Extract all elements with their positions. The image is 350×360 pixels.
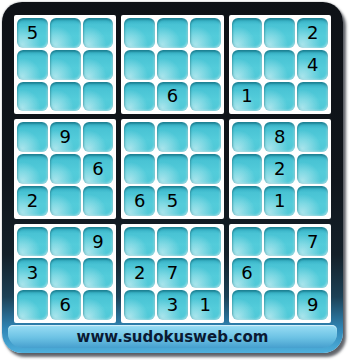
- cell-r5c8[interactable]: 2: [264, 154, 295, 184]
- cell-r2c6[interactable]: [190, 50, 221, 80]
- cell-r6c6[interactable]: [190, 186, 221, 216]
- box-3-1: 936: [14, 224, 116, 323]
- cell-r7c6[interactable]: [190, 227, 221, 257]
- cell-r9c2[interactable]: 6: [50, 290, 81, 320]
- cell-r6c7[interactable]: [232, 186, 263, 216]
- cell-r9c7[interactable]: [232, 290, 263, 320]
- cell-r1c7[interactable]: [232, 18, 263, 48]
- cell-r1c4[interactable]: [124, 18, 155, 48]
- cell-r1c9[interactable]: 2: [297, 18, 328, 48]
- cell-r9c9[interactable]: 9: [297, 290, 328, 320]
- cell-r6c8[interactable]: 1: [264, 186, 295, 216]
- cell-r7c7[interactable]: [232, 227, 263, 257]
- cell-r6c5[interactable]: 5: [157, 186, 188, 216]
- cell-r3c4[interactable]: [124, 82, 155, 112]
- sudoku-board: 56241962658219362731769: [14, 15, 331, 323]
- cell-r1c5[interactable]: [157, 18, 188, 48]
- box-3-2: 2731: [121, 224, 223, 323]
- cell-r4c2[interactable]: 9: [50, 122, 81, 152]
- cell-r6c1[interactable]: 2: [17, 186, 48, 216]
- cell-r7c2[interactable]: [50, 227, 81, 257]
- cell-r5c7[interactable]: [232, 154, 263, 184]
- cell-r2c2[interactable]: [50, 50, 81, 80]
- cell-r8c8[interactable]: [264, 258, 295, 288]
- cell-r3c2[interactable]: [50, 82, 81, 112]
- cell-r2c8[interactable]: [264, 50, 295, 80]
- cell-r2c7[interactable]: [232, 50, 263, 80]
- cell-r3c8[interactable]: [264, 82, 295, 112]
- cell-r4c5[interactable]: [157, 122, 188, 152]
- box-1-3: 241: [229, 15, 331, 114]
- cell-r4c4[interactable]: [124, 122, 155, 152]
- cell-r8c2[interactable]: [50, 258, 81, 288]
- cell-r9c1[interactable]: [17, 290, 48, 320]
- cell-r8c5[interactable]: 7: [157, 258, 188, 288]
- cell-r6c3[interactable]: [83, 186, 114, 216]
- cell-r7c1[interactable]: [17, 227, 48, 257]
- cell-r7c4[interactable]: [124, 227, 155, 257]
- cell-r9c3[interactable]: [83, 290, 114, 320]
- cell-r8c9[interactable]: [297, 258, 328, 288]
- cell-r8c7[interactable]: 6: [232, 258, 263, 288]
- cell-r3c6[interactable]: [190, 82, 221, 112]
- cell-r6c9[interactable]: [297, 186, 328, 216]
- cell-r8c6[interactable]: [190, 258, 221, 288]
- cell-r5c2[interactable]: [50, 154, 81, 184]
- cell-r1c8[interactable]: [264, 18, 295, 48]
- cell-r8c3[interactable]: [83, 258, 114, 288]
- cell-r1c2[interactable]: [50, 18, 81, 48]
- cell-r5c6[interactable]: [190, 154, 221, 184]
- cell-r3c9[interactable]: [297, 82, 328, 112]
- cell-r2c9[interactable]: 4: [297, 50, 328, 80]
- cell-r9c5[interactable]: 3: [157, 290, 188, 320]
- cell-r3c5[interactable]: 6: [157, 82, 188, 112]
- cell-r8c4[interactable]: 2: [124, 258, 155, 288]
- cell-r9c4[interactable]: [124, 290, 155, 320]
- cell-r5c9[interactable]: [297, 154, 328, 184]
- cell-r5c4[interactable]: [124, 154, 155, 184]
- box-1-2: 6: [121, 15, 223, 114]
- cell-r4c1[interactable]: [17, 122, 48, 152]
- site-url-link[interactable]: www.sudokusweb.com: [77, 328, 269, 346]
- cell-r2c3[interactable]: [83, 50, 114, 80]
- cell-r7c3[interactable]: 9: [83, 227, 114, 257]
- cell-r5c1[interactable]: [17, 154, 48, 184]
- cell-r1c3[interactable]: [83, 18, 114, 48]
- box-3-3: 769: [229, 224, 331, 323]
- cell-r2c4[interactable]: [124, 50, 155, 80]
- cell-r3c1[interactable]: [17, 82, 48, 112]
- box-2-2: 65: [121, 119, 223, 218]
- footer-bar: www.sudokusweb.com: [8, 325, 337, 348]
- cell-r7c9[interactable]: 7: [297, 227, 328, 257]
- cell-r4c6[interactable]: [190, 122, 221, 152]
- cell-r4c7[interactable]: [232, 122, 263, 152]
- cell-r9c6[interactable]: 1: [190, 290, 221, 320]
- cell-r7c8[interactable]: [264, 227, 295, 257]
- box-2-1: 962: [14, 119, 116, 218]
- cell-r4c3[interactable]: [83, 122, 114, 152]
- box-1-1: 5: [14, 15, 116, 114]
- cell-r1c1[interactable]: 5: [17, 18, 48, 48]
- cell-r6c4[interactable]: 6: [124, 186, 155, 216]
- cell-r2c5[interactable]: [157, 50, 188, 80]
- cell-r8c1[interactable]: 3: [17, 258, 48, 288]
- cell-r7c5[interactable]: [157, 227, 188, 257]
- cell-r4c9[interactable]: [297, 122, 328, 152]
- cell-r3c7[interactable]: 1: [232, 82, 263, 112]
- cell-r3c3[interactable]: [83, 82, 114, 112]
- cell-r1c6[interactable]: [190, 18, 221, 48]
- cell-r2c1[interactable]: [17, 50, 48, 80]
- cell-r4c8[interactable]: 8: [264, 122, 295, 152]
- box-2-3: 821: [229, 119, 331, 218]
- cell-r6c2[interactable]: [50, 186, 81, 216]
- sudoku-widget: 56241962658219362731769 www.sudokusweb.c…: [2, 2, 343, 353]
- cell-r5c5[interactable]: [157, 154, 188, 184]
- cell-r9c8[interactable]: [264, 290, 295, 320]
- cell-r5c3[interactable]: 6: [83, 154, 114, 184]
